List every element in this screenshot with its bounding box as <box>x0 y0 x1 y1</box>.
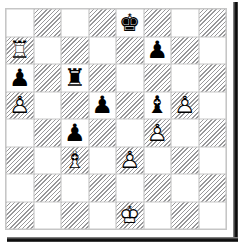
piece-white-pawn-e3: ♟♙ <box>116 147 144 175</box>
square-d1 <box>89 202 117 230</box>
square-c3: ♝♗ <box>61 147 89 175</box>
piece-white-pawn-f4: ♟♙ <box>144 119 172 147</box>
square-a1 <box>6 202 34 230</box>
square-h1 <box>199 202 227 230</box>
square-c5 <box>61 92 89 120</box>
drop-shadow-right <box>233 2 238 240</box>
square-d5: ♟ <box>89 92 117 120</box>
square-g2 <box>171 174 199 202</box>
square-g6 <box>171 64 199 92</box>
square-b8 <box>34 9 62 37</box>
piece-black-bishop-f5: ♝ <box>144 92 172 120</box>
piece-white-pawn-g5: ♟♙ <box>171 92 199 120</box>
square-a6: ♟ <box>6 64 34 92</box>
piece-white-pawn-a5: ♟♙ <box>6 92 34 120</box>
square-d4 <box>89 119 117 147</box>
square-b5 <box>34 92 62 120</box>
square-h3 <box>199 147 227 175</box>
square-d7 <box>89 37 117 65</box>
square-h7 <box>199 37 227 65</box>
piece-black-pawn-a6: ♟ <box>6 64 34 92</box>
square-a2 <box>6 174 34 202</box>
piece-white-rook-a7: ♜♖ <box>6 37 34 65</box>
square-e5 <box>116 92 144 120</box>
square-f3 <box>144 147 172 175</box>
square-h6 <box>199 64 227 92</box>
square-f4: ♟♙ <box>144 119 172 147</box>
square-a4 <box>6 119 34 147</box>
square-f2 <box>144 174 172 202</box>
square-h8 <box>199 9 227 37</box>
square-c8 <box>61 9 89 37</box>
square-f5: ♝ <box>144 92 172 120</box>
square-a7: ♜♖ <box>6 37 34 65</box>
square-b1 <box>34 202 62 230</box>
piece-black-pawn-c4: ♟ <box>61 119 89 147</box>
piece-white-king-e1: ♚♔ <box>116 202 144 230</box>
square-h4 <box>199 119 227 147</box>
square-b6 <box>34 64 62 92</box>
chess-diagram-page: ♚♜♖♟♟♜♟♙♟♝♟♙♟♟♙♝♗♟♙♚♔ <box>0 0 239 244</box>
square-d6 <box>89 64 117 92</box>
square-b7 <box>34 37 62 65</box>
square-h5 <box>199 92 227 120</box>
piece-black-king-e8: ♚ <box>116 9 144 37</box>
square-g5: ♟♙ <box>171 92 199 120</box>
square-e4 <box>116 119 144 147</box>
square-h2 <box>199 174 227 202</box>
square-a5: ♟♙ <box>6 92 34 120</box>
square-e2 <box>116 174 144 202</box>
square-e7 <box>116 37 144 65</box>
square-b3 <box>34 147 62 175</box>
square-c4: ♟ <box>61 119 89 147</box>
piece-black-pawn-d5: ♟ <box>89 92 117 120</box>
piece-black-rook-c6: ♜ <box>61 64 89 92</box>
square-g1 <box>171 202 199 230</box>
square-a3 <box>6 147 34 175</box>
square-e6 <box>116 64 144 92</box>
chess-board: ♚♜♖♟♟♜♟♙♟♝♟♙♟♟♙♝♗♟♙♚♔ <box>5 8 227 230</box>
square-c7 <box>61 37 89 65</box>
square-g8 <box>171 9 199 37</box>
square-a8 <box>6 9 34 37</box>
square-c2 <box>61 174 89 202</box>
square-d3 <box>89 147 117 175</box>
square-e1: ♚♔ <box>116 202 144 230</box>
square-g4 <box>171 119 199 147</box>
square-e8: ♚ <box>116 9 144 37</box>
square-f1 <box>144 202 172 230</box>
square-f6 <box>144 64 172 92</box>
square-f8 <box>144 9 172 37</box>
square-g3 <box>171 147 199 175</box>
square-f7: ♟ <box>144 37 172 65</box>
square-d2 <box>89 174 117 202</box>
square-d8 <box>89 9 117 37</box>
piece-white-bishop-c3: ♝♗ <box>61 147 89 175</box>
square-e3: ♟♙ <box>116 147 144 175</box>
square-c1 <box>61 202 89 230</box>
square-g7 <box>171 37 199 65</box>
square-c6: ♜ <box>61 64 89 92</box>
square-b2 <box>34 174 62 202</box>
drop-shadow-bottom <box>7 237 238 242</box>
piece-black-pawn-f7: ♟ <box>144 37 172 65</box>
square-b4 <box>34 119 62 147</box>
